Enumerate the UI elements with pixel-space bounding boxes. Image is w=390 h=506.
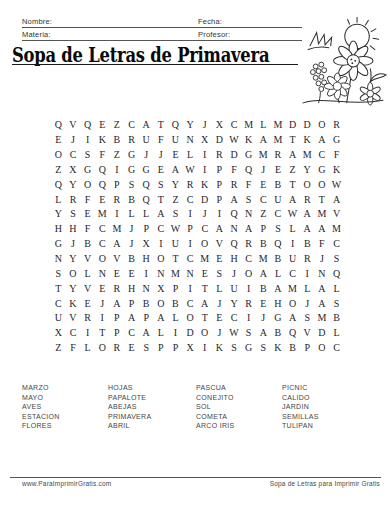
grid-cell: T	[153, 118, 168, 133]
grid-cell: Y	[300, 163, 315, 178]
grid-cell: U	[271, 192, 286, 207]
grid-cell: Z	[256, 207, 271, 222]
grid-cell: G	[124, 163, 139, 178]
grid-cell: G	[241, 341, 256, 356]
grid-cell: T	[168, 252, 183, 267]
word-list-item: PRIMAVERA	[108, 412, 151, 422]
grid-cell: G	[329, 133, 344, 148]
grid-cell: S	[66, 207, 81, 222]
grid-cell: S	[329, 252, 344, 267]
grid-cell: Z	[110, 148, 125, 163]
grid-cell: U	[285, 252, 300, 267]
grid-cell: X	[183, 341, 198, 356]
grid-cell: W	[329, 177, 344, 192]
grid-cell: J	[227, 266, 242, 281]
grid-cell: C	[271, 207, 286, 222]
grid-cell: C	[153, 222, 168, 237]
grid-cell: R	[241, 237, 256, 252]
grid-cell: D	[285, 118, 300, 133]
grid-cell: S	[271, 222, 286, 237]
grid-cell: B	[271, 252, 286, 267]
grid-cell: S	[300, 311, 315, 326]
grid-cell: L	[51, 192, 66, 207]
grid-cell: Y	[227, 296, 242, 311]
grid-cell: K	[241, 133, 256, 148]
grid-cell: Y	[66, 252, 81, 267]
grid-cell: D	[197, 192, 212, 207]
grid-cell: W	[227, 133, 242, 148]
word-list-item: HOJAS	[108, 383, 151, 393]
grid-cell: P	[139, 222, 154, 237]
footer-site-url: www.ParaImprimirGratis.com	[22, 480, 111, 487]
grid-cell: N	[95, 266, 110, 281]
grid-cell: T	[197, 281, 212, 296]
grid-cell: P	[300, 341, 315, 356]
grid-cell: L	[329, 281, 344, 296]
grid-cell: K	[271, 341, 286, 356]
grid-cell: H	[66, 222, 81, 237]
grid-cell: Q	[241, 163, 256, 178]
grid-cell: C	[95, 237, 110, 252]
grid-cell: F	[95, 148, 110, 163]
grid-cell: P	[212, 163, 227, 178]
grid-cell: H	[227, 252, 242, 267]
grid-cell: X	[66, 163, 81, 178]
grid-cell: I	[241, 311, 256, 326]
word-list-column-3: PASCUACONEJITOSOLCOMETAARCO IRIS	[196, 383, 234, 431]
grid-cell: Z	[285, 163, 300, 178]
grid-cell: D	[183, 326, 198, 341]
grid-cell: V	[329, 207, 344, 222]
grid-cell: A	[139, 326, 154, 341]
grid-cell: U	[168, 133, 183, 148]
grid-cell: V	[110, 252, 125, 267]
word-list-item: PASCUA	[196, 383, 234, 393]
grid-cell: Q	[95, 177, 110, 192]
grid-cell: K	[197, 177, 212, 192]
grid-cell: Z	[168, 192, 183, 207]
grid-cell: A	[227, 192, 242, 207]
grid-cell: C	[124, 326, 139, 341]
grid-cell: C	[197, 222, 212, 237]
grid-cell: E	[256, 296, 271, 311]
grid-cell: A	[110, 296, 125, 311]
grid-cell: R	[124, 133, 139, 148]
grid-cell: I	[183, 281, 198, 296]
grid-cell: A	[153, 207, 168, 222]
grid-cell: Q	[227, 237, 242, 252]
grid-cell: Q	[139, 177, 154, 192]
grid-cell: L	[183, 148, 198, 163]
word-list-column-4: PICNICCALIDOJARDINSEMILLASTULIPAN	[282, 383, 319, 431]
grid-cell: Q	[168, 118, 183, 133]
grid-cell: B	[271, 177, 286, 192]
subject-professor-line	[22, 40, 302, 41]
grid-cell: B	[139, 296, 154, 311]
grid-cell: I	[212, 207, 227, 222]
grid-cell: V	[212, 237, 227, 252]
grid-cell: P	[168, 341, 183, 356]
grid-cell: C	[183, 252, 198, 267]
grid-cell: O	[315, 177, 330, 192]
grid-cell: Q	[329, 266, 344, 281]
grid-cell: N	[183, 266, 198, 281]
grid-cell: T	[315, 192, 330, 207]
grid-cell: C	[315, 148, 330, 163]
grid-cell: M	[168, 266, 183, 281]
grid-cell: O	[300, 177, 315, 192]
grid-cell: A	[285, 192, 300, 207]
grid-cell: M	[256, 252, 271, 267]
grid-cell: P	[256, 222, 271, 237]
grid-cell: I	[241, 281, 256, 296]
grid-cell: E	[80, 296, 95, 311]
grid-cell: L	[271, 266, 286, 281]
grid-cell: O	[66, 266, 81, 281]
grid-cell: P	[153, 341, 168, 356]
grid-cell: N	[139, 281, 154, 296]
grid-cell: J	[256, 311, 271, 326]
grid-cell: E	[153, 163, 168, 178]
grid-cell: Y	[66, 281, 81, 296]
grid-cell: O	[80, 177, 95, 192]
grid-cell: A	[271, 281, 286, 296]
grid-cell: R	[329, 118, 344, 133]
grid-cell: R	[80, 311, 95, 326]
grid-cell: M	[329, 222, 344, 237]
grid-cell: M	[300, 148, 315, 163]
grid-cell: A	[241, 222, 256, 237]
grid-cell: O	[153, 252, 168, 267]
grid-cell: D	[315, 326, 330, 341]
grid-cell: F	[241, 177, 256, 192]
grid-cell: C	[95, 222, 110, 237]
grid-cell: U	[51, 311, 66, 326]
grid-cell: S	[153, 177, 168, 192]
grid-cell: J	[66, 237, 81, 252]
grid-cell: E	[80, 207, 95, 222]
grid-cell: X	[197, 133, 212, 148]
grid-cell: E	[124, 341, 139, 356]
grid-cell: B	[110, 133, 125, 148]
grid-cell: O	[197, 326, 212, 341]
grid-cell: J	[124, 237, 139, 252]
grid-cell: I	[197, 341, 212, 356]
grid-cell: H	[271, 296, 286, 311]
grid-cell: R	[271, 148, 286, 163]
grid-cell: E	[271, 163, 286, 178]
word-list-item: TULIPAN	[282, 421, 319, 431]
grid-cell: J	[300, 296, 315, 311]
grid-cell: O	[95, 341, 110, 356]
grid-cell: G	[80, 163, 95, 178]
word-list-item: SOL	[196, 402, 234, 412]
word-list-item: ARCO IRIS	[196, 421, 234, 431]
grid-cell: M	[285, 281, 300, 296]
grid-cell: M	[271, 133, 286, 148]
grid-cell: M	[110, 222, 125, 237]
word-list-item: JARDIN	[282, 402, 319, 412]
grid-cell: S	[256, 341, 271, 356]
word-list-item: MARZO	[22, 383, 60, 393]
grid-cell: P	[110, 311, 125, 326]
grid-cell: C	[183, 296, 198, 311]
grid-cell: R	[66, 192, 81, 207]
grid-cell: J	[95, 296, 110, 311]
word-list-item: SEMILLAS	[282, 412, 319, 422]
grid-cell: T	[95, 326, 110, 341]
grid-cell: X	[212, 118, 227, 133]
grid-cell: O	[285, 296, 300, 311]
footer-credit-text: Sopa de Letras para Imprimir Gratis	[270, 480, 380, 487]
grid-cell: O	[315, 118, 330, 133]
grid-cell: O	[153, 296, 168, 311]
grid-cell: A	[212, 222, 227, 237]
grid-cell: J	[212, 326, 227, 341]
grid-cell: P	[168, 281, 183, 296]
grid-cell: I	[110, 163, 125, 178]
grid-cell: B	[124, 192, 139, 207]
grid-cell: P	[139, 311, 154, 326]
grid-cell: A	[197, 296, 212, 311]
grid-cell: T	[285, 177, 300, 192]
grid-cell: L	[256, 118, 271, 133]
grid-cell: F	[329, 148, 344, 163]
grid-cell: B	[300, 237, 315, 252]
grid-cell: W	[168, 222, 183, 237]
grid-cell: B	[80, 237, 95, 252]
grid-cell: E	[124, 266, 139, 281]
grid-cell: F	[80, 222, 95, 237]
grid-cell: C	[66, 148, 81, 163]
grid-cell: A	[110, 237, 125, 252]
grid-cell: Y	[168, 177, 183, 192]
grid-cell: Q	[285, 326, 300, 341]
grid-cell: B	[168, 296, 183, 311]
grid-cell: O	[241, 266, 256, 281]
grid-cell: C	[66, 326, 81, 341]
grid-cell: E	[212, 311, 227, 326]
grid-cell: A	[300, 222, 315, 237]
grid-cell: X	[153, 281, 168, 296]
grid-cell: L	[139, 207, 154, 222]
subject-label: Materia:	[22, 30, 51, 39]
grid-cell: A	[285, 148, 300, 163]
grid-cell: D	[227, 148, 242, 163]
grid-cell: J	[315, 252, 330, 267]
grid-cell: M	[271, 118, 286, 133]
word-list-item: CONEJITO	[196, 393, 234, 403]
grid-cell: N	[153, 266, 168, 281]
grid-cell: Q	[51, 177, 66, 192]
word-list-item: PAPALOTE	[108, 393, 151, 403]
grid-cell: P	[212, 192, 227, 207]
grid-cell: K	[300, 133, 315, 148]
grid-cell: X	[51, 326, 66, 341]
grid-cell: Q	[95, 163, 110, 178]
grid-cell: R	[227, 177, 242, 192]
grid-cell: A	[256, 326, 271, 341]
grid-cell: A	[139, 118, 154, 133]
grid-cell: V	[66, 118, 81, 133]
grid-cell: J	[139, 148, 154, 163]
grid-cell: C	[124, 118, 139, 133]
word-list-item: MAYO	[22, 393, 60, 403]
grid-cell: L	[153, 326, 168, 341]
grid-cell: X	[139, 237, 154, 252]
grid-cell: E	[110, 266, 125, 281]
word-list-item: ABRIL	[108, 421, 151, 431]
grid-cell: P	[183, 222, 198, 237]
grid-cell: N	[51, 252, 66, 267]
grid-cell: V	[300, 326, 315, 341]
grid-cell: E	[197, 266, 212, 281]
grid-cell: J	[197, 118, 212, 133]
grid-cell: Z	[110, 118, 125, 133]
grid-cell: D	[212, 133, 227, 148]
word-list-item: FLORES	[22, 421, 60, 431]
grid-cell: J	[197, 207, 212, 222]
grid-cell: N	[183, 133, 198, 148]
grid-cell: S	[241, 326, 256, 341]
professor-label: Profesor:	[198, 30, 230, 39]
grid-cell: I	[168, 326, 183, 341]
grid-cell: C	[227, 311, 242, 326]
word-list-item: PICNIC	[282, 383, 319, 393]
word-list-item: ESTACION	[22, 412, 60, 422]
grid-cell: C	[241, 252, 256, 267]
grid-cell: J	[66, 133, 81, 148]
grid-cell: F	[153, 133, 168, 148]
grid-cell: Z	[51, 341, 66, 356]
grid-cell: S	[212, 266, 227, 281]
word-list-item: AVES	[22, 402, 60, 412]
grid-cell: S	[329, 296, 344, 311]
grid-cell: F	[80, 192, 95, 207]
worksheet-page: Nombre: Fecha: Materia: Profesor: Sopa d…	[0, 0, 390, 506]
name-date-line	[22, 27, 302, 28]
grid-cell: L	[124, 207, 139, 222]
grid-cell: A	[315, 296, 330, 311]
grid-cell: L	[300, 281, 315, 296]
title-underline	[12, 64, 298, 65]
grid-cell: P	[212, 177, 227, 192]
grid-cell: N	[241, 207, 256, 222]
grid-cell: A	[315, 222, 330, 237]
grid-cell: E	[168, 148, 183, 163]
word-list: MARZOMAYOAVESESTACIONFLORES HOJASPAPALOT…	[0, 383, 390, 438]
grid-cell: L	[285, 222, 300, 237]
grid-cell: G	[51, 237, 66, 252]
grid-cell: A	[329, 192, 344, 207]
grid-cell: S	[80, 148, 95, 163]
grid-cell: J	[124, 222, 139, 237]
grid-cell: Q	[51, 118, 66, 133]
grid-cell: N	[315, 266, 330, 281]
grid-cell: V	[66, 311, 81, 326]
grid-cell: S	[51, 266, 66, 281]
grid-cell: B	[329, 311, 344, 326]
date-label: Fecha:	[198, 17, 222, 26]
grid-cell: I	[197, 163, 212, 178]
grid-cell: Q	[80, 118, 95, 133]
grid-cell: O	[197, 237, 212, 252]
grid-cell: C	[227, 118, 242, 133]
grid-cell: E	[95, 281, 110, 296]
grid-cell: S	[124, 177, 139, 192]
berry-cluster-icon	[310, 62, 326, 103]
grid-cell: R	[183, 177, 198, 192]
grid-cell: I	[95, 311, 110, 326]
grid-cell: M	[241, 118, 256, 133]
grid-cell: E	[95, 118, 110, 133]
grid-cell: B	[285, 341, 300, 356]
grid-cell: M	[95, 207, 110, 222]
word-list-item: CALIDO	[282, 393, 319, 403]
grid-cell: E	[256, 177, 271, 192]
grid-cell: H	[124, 281, 139, 296]
grid-cell: Q	[139, 192, 154, 207]
grid-cell: C	[329, 237, 344, 252]
grid-cell: C	[329, 341, 344, 356]
grid-cell: R	[300, 252, 315, 267]
grid-cell: I	[80, 326, 95, 341]
grid-cell: A	[124, 311, 139, 326]
grid-cell: P	[110, 177, 125, 192]
grid-cell: L	[212, 281, 227, 296]
grid-cell: B	[256, 281, 271, 296]
grid-cell: A	[168, 163, 183, 178]
grid-cell: R	[212, 148, 227, 163]
grid-cell: Y	[183, 118, 198, 133]
grid-cell: R	[110, 341, 125, 356]
grid-cell: M	[315, 311, 330, 326]
grid-cell: K	[95, 133, 110, 148]
grid-cell: S	[241, 192, 256, 207]
grid-cell: Q	[271, 237, 286, 252]
grid-cell: I	[153, 237, 168, 252]
grid-cell: C	[51, 296, 66, 311]
grid-cell: L	[80, 341, 95, 356]
footer-line	[10, 477, 381, 478]
grid-cell: T	[197, 311, 212, 326]
grid-cell: E	[51, 133, 66, 148]
grid-cell: O	[315, 341, 330, 356]
grid-cell: R	[110, 192, 125, 207]
grid-cell: Z	[51, 163, 66, 178]
grid-cell: P	[124, 296, 139, 311]
grid-cell: D	[300, 118, 315, 133]
grid-cell: I	[110, 207, 125, 222]
grid-cell: T	[153, 192, 168, 207]
grid-cell: M	[315, 207, 330, 222]
grid-cell: G	[315, 163, 330, 178]
letter-grid: QVQEZCATQYJXCMLMDDOREJIKBRUFUNXDWKAMTKAG…	[51, 118, 344, 356]
grid-cell: H	[51, 222, 66, 237]
grid-cell: S	[139, 341, 154, 356]
grid-cell: S	[168, 207, 183, 222]
grid-cell: I	[197, 148, 212, 163]
grid-cell: M	[197, 252, 212, 267]
grid-cell: R	[300, 192, 315, 207]
word-list-column-1: MARZOMAYOAVESESTACIONFLORES	[22, 383, 60, 431]
grid-cell: U	[168, 237, 183, 252]
grid-cell: I	[183, 237, 198, 252]
grid-cell: W	[227, 326, 242, 341]
grid-cell: K	[329, 163, 344, 178]
grid-cell: L	[329, 326, 344, 341]
grid-cell: B	[271, 326, 286, 341]
